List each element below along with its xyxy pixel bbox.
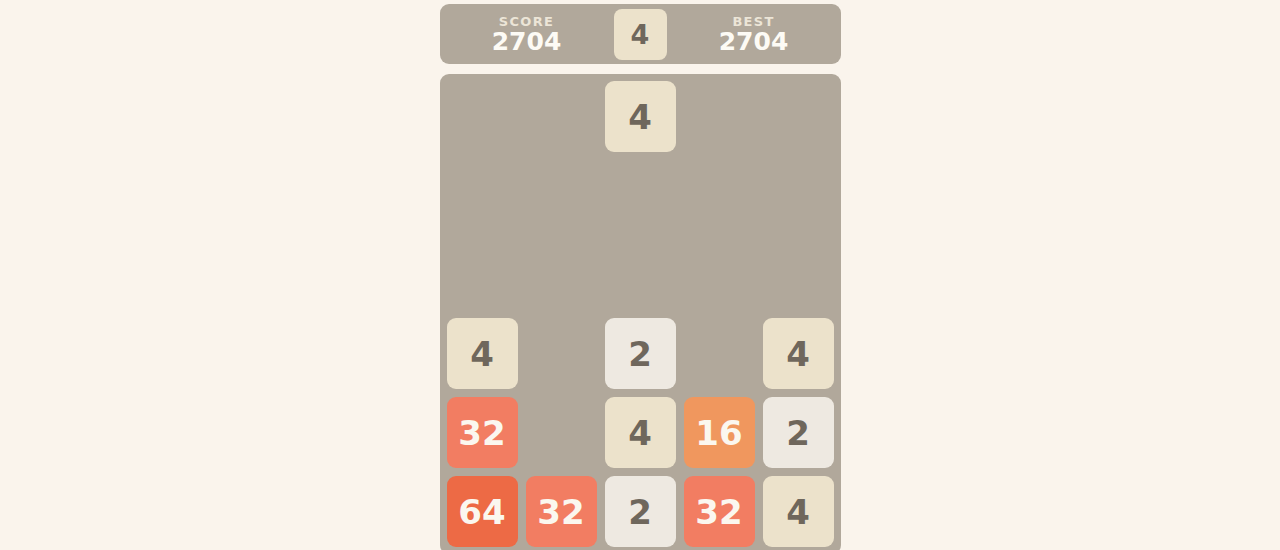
tile-2: 2 xyxy=(605,318,676,389)
page: SCORE 2704 4 BEST 2704 44243241626432232… xyxy=(0,0,1280,550)
score-value: 2704 xyxy=(492,29,562,55)
tile-4: 4 xyxy=(605,81,676,152)
score-label: SCORE xyxy=(499,15,554,29)
tile-64: 64 xyxy=(447,476,518,547)
tile-32: 32 xyxy=(684,476,755,547)
best-box: BEST 2704 xyxy=(667,13,841,56)
best-value: 2704 xyxy=(719,29,789,55)
score-box: SCORE 2704 xyxy=(440,13,614,56)
game-container: SCORE 2704 4 BEST 2704 44243241626432232… xyxy=(440,0,841,550)
score-header: SCORE 2704 4 BEST 2704 xyxy=(440,4,841,64)
tile-32: 32 xyxy=(526,476,597,547)
header-preview-tile: 4 xyxy=(614,9,667,60)
tile-16: 16 xyxy=(684,397,755,468)
board-grid[interactable]: 442432416264322324 xyxy=(440,74,841,550)
tile-4: 4 xyxy=(763,318,834,389)
tile-4: 4 xyxy=(605,397,676,468)
tile-32: 32 xyxy=(447,397,518,468)
tile-2: 2 xyxy=(605,476,676,547)
best-label: BEST xyxy=(732,15,774,29)
tile-4: 4 xyxy=(447,318,518,389)
tile-4: 4 xyxy=(763,476,834,547)
tile-2: 2 xyxy=(763,397,834,468)
